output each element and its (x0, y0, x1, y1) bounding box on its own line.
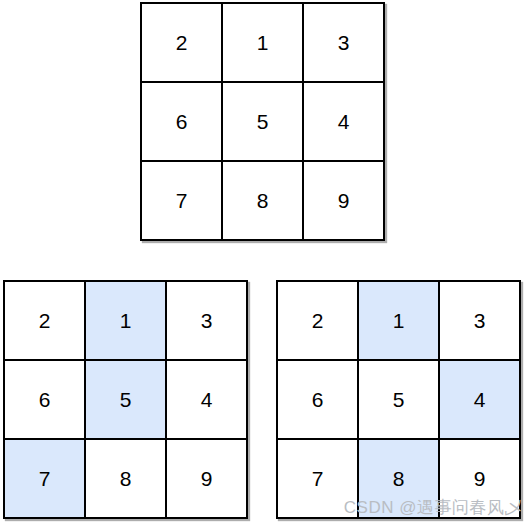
grid-br-cell-0-0: 2 (278, 282, 357, 359)
grid-br-cell-1-2: 4 (440, 361, 519, 438)
grid-bl-cell-0-0: 2 (5, 282, 84, 359)
grid-br-cell-2-0: 7 (278, 440, 357, 517)
grid-top-cell-0-2: 3 (304, 4, 383, 81)
grid-bl-cell-0-2: 3 (167, 282, 246, 359)
grid-bl-cell-0-1: 1 (86, 282, 165, 359)
grid-top-cell-2-0: 7 (142, 162, 221, 239)
grid-top-cell-2-2: 9 (304, 162, 383, 239)
grid-bl-cell-1-0: 6 (5, 361, 84, 438)
grid-top-cell-0-0: 2 (142, 4, 221, 81)
grid-bl-cell-1-1: 5 (86, 361, 165, 438)
grid-br-cell-1-1: 5 (359, 361, 438, 438)
grid-bl-cell-2-1: 8 (86, 440, 165, 517)
grid-top-cell-1-1: 5 (223, 83, 302, 160)
grid-top-cell-0-1: 1 (223, 4, 302, 81)
grid-bl-cell-2-2: 9 (167, 440, 246, 517)
grid-br: 2 1 3 6 5 4 7 8 9 (276, 280, 521, 519)
grid-top-cell-2-1: 8 (223, 162, 302, 239)
grid-bl-cell-1-2: 4 (167, 361, 246, 438)
grid-br-cell-2-2: 9 (440, 440, 519, 517)
grid-bl-cell-2-0: 7 (5, 440, 84, 517)
grid-br-cell-1-0: 6 (278, 361, 357, 438)
grid-bl: 2 1 3 6 5 4 7 8 9 (3, 280, 248, 519)
grid-top: 2 1 3 6 5 4 7 8 9 (140, 2, 385, 241)
grid-top-cell-1-0: 6 (142, 83, 221, 160)
grid-top-cell-1-2: 4 (304, 83, 383, 160)
grid-br-cell-2-1: 8 (359, 440, 438, 517)
grid-br-cell-0-2: 3 (440, 282, 519, 359)
grid-br-cell-0-1: 1 (359, 282, 438, 359)
